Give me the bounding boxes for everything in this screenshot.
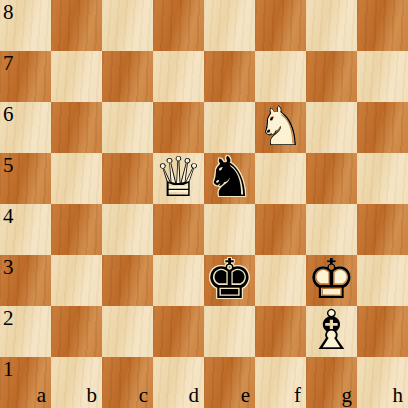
square-f4[interactable] xyxy=(255,204,306,255)
square-g8[interactable] xyxy=(306,0,357,51)
square-a5[interactable] xyxy=(0,153,51,204)
square-d2[interactable] xyxy=(153,306,204,357)
square-c7[interactable] xyxy=(102,51,153,102)
black-king-e3[interactable]: ♚ xyxy=(204,255,255,306)
square-f3[interactable] xyxy=(255,255,306,306)
square-g5[interactable] xyxy=(306,153,357,204)
square-d3[interactable] xyxy=(153,255,204,306)
black-knight-glyph: ♞ xyxy=(205,149,254,204)
square-b7[interactable] xyxy=(51,51,102,102)
square-a8[interactable] xyxy=(0,0,51,51)
square-a7[interactable] xyxy=(0,51,51,102)
square-f6[interactable]: ♞♘ xyxy=(255,102,306,153)
white-knight-f6[interactable]: ♞♘ xyxy=(255,102,306,153)
square-g6[interactable] xyxy=(306,102,357,153)
square-e5[interactable]: ♞ xyxy=(204,153,255,204)
square-h6[interactable] xyxy=(357,102,408,153)
square-h8[interactable] xyxy=(357,0,408,51)
square-d7[interactable] xyxy=(153,51,204,102)
square-f1[interactable] xyxy=(255,357,306,408)
square-h1[interactable] xyxy=(357,357,408,408)
square-a1[interactable] xyxy=(0,357,51,408)
square-d8[interactable] xyxy=(153,0,204,51)
square-b2[interactable] xyxy=(51,306,102,357)
square-d5[interactable]: ♛♕ xyxy=(153,153,204,204)
square-b5[interactable] xyxy=(51,153,102,204)
square-c6[interactable] xyxy=(102,102,153,153)
square-h2[interactable] xyxy=(357,306,408,357)
black-king-glyph: ♚ xyxy=(205,251,254,306)
square-b8[interactable] xyxy=(51,0,102,51)
square-b1[interactable] xyxy=(51,357,102,408)
square-a4[interactable] xyxy=(0,204,51,255)
square-f5[interactable] xyxy=(255,153,306,204)
white-knight-outline-layer: ♘ xyxy=(256,98,305,153)
black-knight-e5[interactable]: ♞ xyxy=(204,153,255,204)
white-queen-outline-layer: ♕ xyxy=(154,149,203,204)
white-bishop-outline-layer: ♗ xyxy=(307,302,356,357)
square-g1[interactable] xyxy=(306,357,357,408)
square-h3[interactable] xyxy=(357,255,408,306)
square-a3[interactable] xyxy=(0,255,51,306)
square-f8[interactable] xyxy=(255,0,306,51)
square-f2[interactable] xyxy=(255,306,306,357)
square-c1[interactable] xyxy=(102,357,153,408)
square-e7[interactable] xyxy=(204,51,255,102)
square-a2[interactable] xyxy=(0,306,51,357)
square-a6[interactable] xyxy=(0,102,51,153)
square-b3[interactable] xyxy=(51,255,102,306)
square-e8[interactable] xyxy=(204,0,255,51)
square-e1[interactable] xyxy=(204,357,255,408)
square-h4[interactable] xyxy=(357,204,408,255)
square-g2[interactable]: ♝♗ xyxy=(306,306,357,357)
square-h7[interactable] xyxy=(357,51,408,102)
chess-board: ♞♘♛♕♞♚♚♔♝♗ xyxy=(0,0,408,408)
square-e3[interactable]: ♚ xyxy=(204,255,255,306)
white-bishop-g2[interactable]: ♝♗ xyxy=(306,306,357,357)
square-d1[interactable] xyxy=(153,357,204,408)
square-c4[interactable] xyxy=(102,204,153,255)
square-e2[interactable] xyxy=(204,306,255,357)
square-c2[interactable] xyxy=(102,306,153,357)
square-c5[interactable] xyxy=(102,153,153,204)
square-c8[interactable] xyxy=(102,0,153,51)
chess-diagram: ♞♘♛♕♞♚♚♔♝♗ 87654321abcdefgh xyxy=(0,0,408,408)
square-d4[interactable] xyxy=(153,204,204,255)
square-h5[interactable] xyxy=(357,153,408,204)
square-c3[interactable] xyxy=(102,255,153,306)
square-g7[interactable] xyxy=(306,51,357,102)
white-queen-d5[interactable]: ♛♕ xyxy=(153,153,204,204)
square-b4[interactable] xyxy=(51,204,102,255)
square-b6[interactable] xyxy=(51,102,102,153)
